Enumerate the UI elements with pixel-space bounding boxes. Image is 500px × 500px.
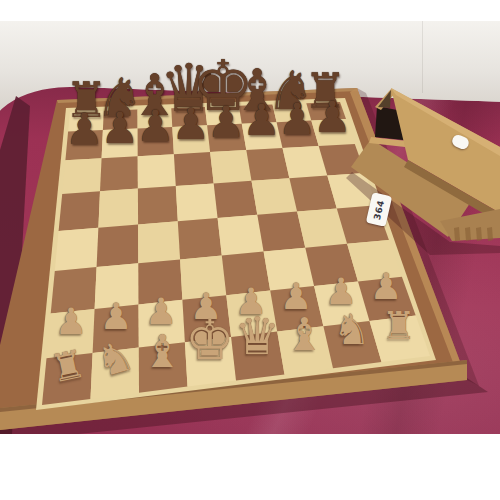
square-c7 [138, 127, 174, 156]
square-b8 [103, 110, 138, 131]
square-f1 [277, 326, 333, 374]
finger-joint [476, 227, 482, 241]
finger-joint [454, 227, 460, 241]
finger-joint [487, 227, 493, 241]
square-e1 [231, 332, 284, 381]
square-d1 [185, 337, 236, 387]
square-c8 [138, 108, 173, 128]
square-f5 [252, 178, 298, 215]
square-c4 [138, 221, 180, 263]
bottom-white-band [0, 434, 500, 500]
square-d3 [180, 256, 226, 300]
square-a7 [65, 130, 103, 160]
square-b6 [100, 156, 138, 191]
square-c2 [139, 300, 185, 348]
square-e7 [207, 124, 246, 152]
square-g8 [273, 103, 312, 122]
square-e3 [222, 252, 270, 296]
square-b3 [95, 263, 139, 309]
square-e4 [218, 215, 264, 256]
square-a5 [59, 191, 100, 231]
square-f2 [270, 286, 323, 332]
square-h8 [306, 102, 346, 121]
square-a4 [55, 228, 99, 271]
square-c6 [138, 154, 176, 188]
square-d6 [174, 152, 214, 186]
square-a1 [42, 353, 93, 405]
square-b5 [98, 189, 138, 228]
square-g7 [277, 121, 319, 148]
finger-joint [465, 227, 471, 241]
square-a3 [51, 267, 97, 314]
square-a8 [68, 111, 104, 132]
square-f8 [239, 105, 277, 124]
square-f7 [242, 122, 283, 150]
square-a2 [47, 309, 95, 358]
square-c5 [138, 186, 178, 225]
square-a6 [62, 158, 101, 194]
square-c1 [139, 342, 188, 393]
square-e2 [226, 291, 277, 337]
square-e6 [210, 150, 251, 183]
square-e8 [205, 106, 242, 126]
square-d2 [182, 295, 231, 342]
square-c3 [138, 259, 182, 304]
square-e5 [214, 181, 258, 218]
lot-number-text: 364 [372, 198, 386, 220]
square-d4 [178, 218, 222, 259]
square-d5 [176, 183, 218, 221]
square-f4 [257, 212, 305, 252]
square-f3 [264, 248, 315, 291]
photo-scene: ♜♞♝♛♚♝♞♜♟♟♟♟♟♟♟♟♟♟♟♟♟♟♟♟♜♞♝♚♛♝♞♜ 364 [0, 0, 500, 500]
square-f6 [246, 148, 289, 181]
square-d7 [172, 125, 210, 154]
square-b7 [102, 129, 138, 159]
square-b1 [91, 348, 140, 399]
square-d8 [171, 107, 207, 127]
box-lid-gap [378, 90, 391, 108]
square-b4 [97, 225, 139, 268]
board-and-box-graphic [0, 0, 500, 500]
square-b2 [93, 304, 139, 353]
